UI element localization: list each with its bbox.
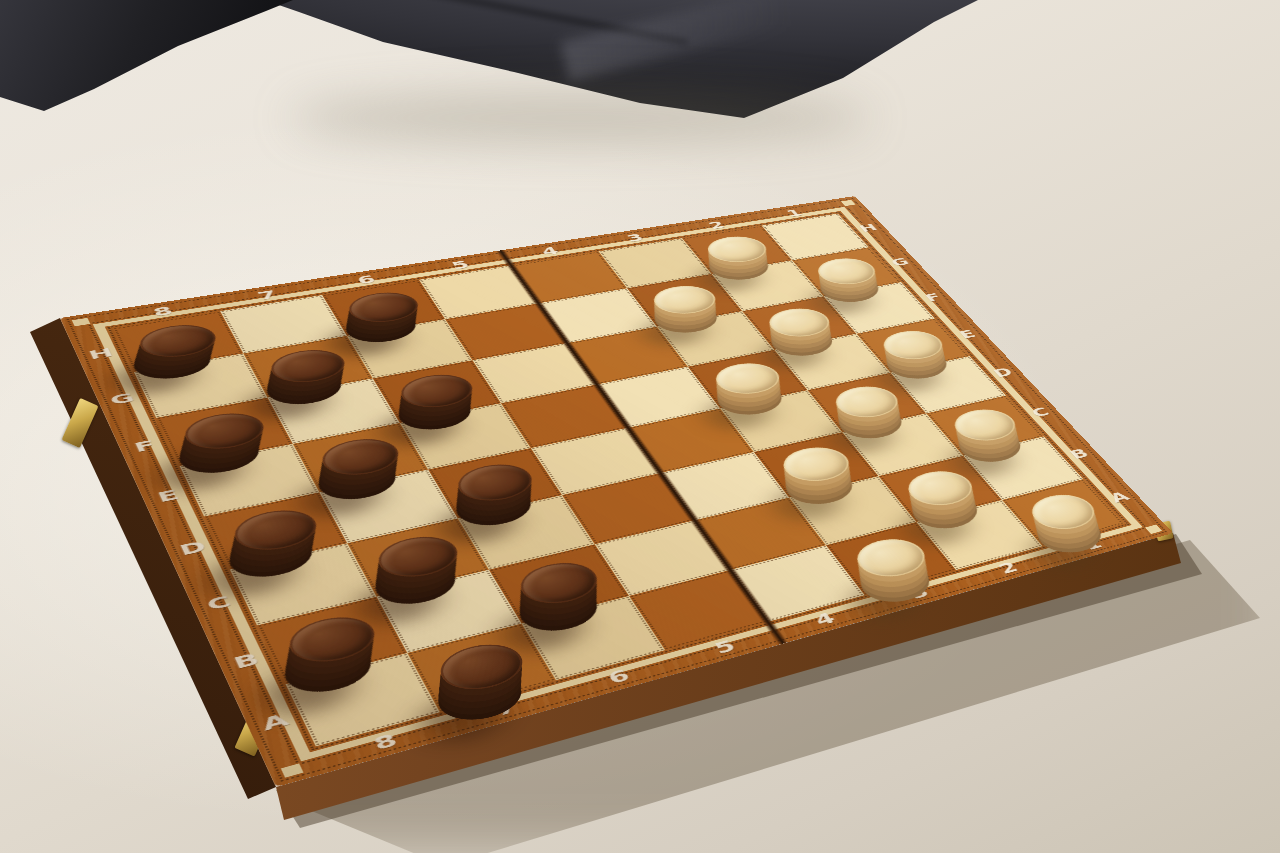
piece-glyph: ⛀	[1022, 489, 1105, 535]
corner-inlay-square	[1145, 525, 1162, 534]
piece-glyph: ⛀	[700, 233, 775, 266]
piece-dark-d6[interactable]: ⛂	[450, 459, 541, 507]
piece-glyph: ⛂	[450, 459, 541, 507]
piece-glyph: ⛀	[707, 359, 788, 399]
piece-dark-c7[interactable]: ⛂	[370, 530, 466, 583]
piece-glyph: ⛀	[810, 255, 884, 288]
piece-glyph: ⛂	[511, 556, 606, 610]
piece-dark-h8[interactable]: ⛂	[134, 321, 223, 362]
piece-glyph: ⛂	[370, 530, 466, 583]
piece-dark-h6[interactable]: ⛂	[342, 288, 426, 326]
piece-light-a1[interactable]: ⛀	[1022, 489, 1105, 535]
piece-glyph: ⛀	[827, 382, 908, 422]
piece-glyph: ⛀	[945, 405, 1025, 446]
piece-glyph: ⛀	[898, 466, 982, 511]
piece-dark-e7[interactable]: ⛂	[315, 434, 407, 481]
piece-dark-b8[interactable]: ⛂	[281, 610, 383, 670]
piece-dark-a7[interactable]: ⛂	[431, 637, 532, 697]
piece-light-b2[interactable]: ⛀	[898, 466, 982, 511]
piece-light-c1[interactable]: ⛀	[945, 405, 1025, 446]
piece-light-e1[interactable]: ⛀	[875, 327, 952, 364]
piece-glyph: ⛀	[761, 305, 839, 341]
piece-light-h2[interactable]: ⛀	[700, 233, 775, 266]
piece-glyph: ⛀	[646, 282, 724, 318]
piece-dark-f8[interactable]: ⛂	[178, 408, 271, 454]
fabric-shadow	[290, 92, 870, 144]
piece-glyph: ⛂	[264, 345, 352, 387]
piece-glyph: ⛂	[227, 504, 324, 556]
piece-light-f2[interactable]: ⛀	[761, 305, 839, 341]
piece-light-g1[interactable]: ⛀	[810, 255, 884, 288]
piece-light-e3[interactable]: ⛀	[707, 359, 788, 399]
piece-dark-b6[interactable]: ⛂	[511, 556, 606, 610]
piece-light-d2[interactable]: ⛀	[827, 382, 908, 422]
corner-inlay-square	[281, 763, 304, 777]
corner-inlay-square	[72, 318, 90, 326]
piece-dark-f6[interactable]: ⛂	[393, 370, 480, 413]
piece-glyph: ⛂	[281, 610, 383, 670]
piece-dark-g7[interactable]: ⛂	[264, 345, 352, 387]
piece-light-a3[interactable]: ⛀	[847, 533, 935, 583]
piece-glyph: ⛀	[774, 442, 859, 486]
corner-inlay-square	[841, 200, 856, 206]
piece-glyph: ⛂	[393, 370, 480, 413]
piece-light-c3[interactable]: ⛀	[774, 442, 859, 486]
piece-glyph: ⛂	[178, 408, 271, 454]
piece-glyph: ⛂	[342, 288, 426, 326]
piece-dark-d8[interactable]: ⛂	[227, 504, 324, 556]
piece-glyph: ⛀	[875, 327, 952, 364]
piece-glyph: ⛀	[847, 533, 935, 583]
piece-light-g3[interactable]: ⛀	[646, 282, 724, 318]
piece-glyph: ⛂	[315, 434, 407, 481]
piece-glyph: ⛂	[431, 637, 532, 697]
photo-scene: 87654321 87654321 HGFEDCBA HGFEDCBA ⛂⛂⛀⛂…	[0, 0, 1280, 853]
piece-glyph: ⛂	[134, 321, 223, 362]
fabric-bag-fold	[0, 0, 320, 130]
